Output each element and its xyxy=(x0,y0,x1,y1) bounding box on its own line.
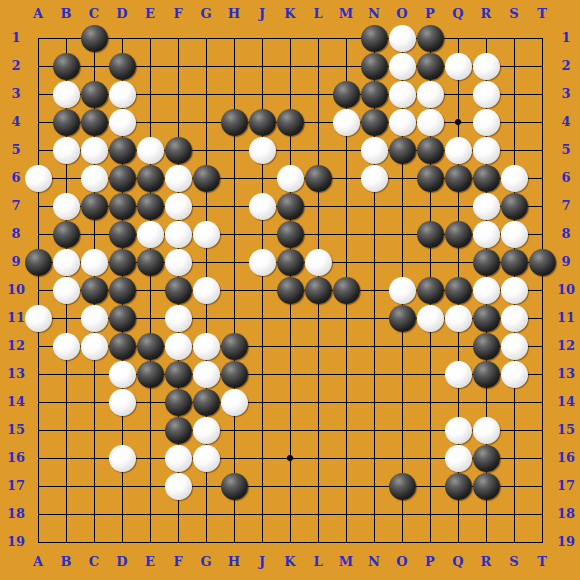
black-stone-D10[interactable] xyxy=(109,277,136,304)
intersection-O2[interactable] xyxy=(388,52,416,80)
intersection-T3[interactable] xyxy=(528,80,556,108)
intersection-D9[interactable] xyxy=(108,248,136,276)
white-stone-R15[interactable] xyxy=(473,417,500,444)
intersection-E15[interactable] xyxy=(136,416,164,444)
intersection-E18[interactable] xyxy=(136,500,164,528)
white-stone-N5[interactable] xyxy=(361,137,388,164)
white-stone-D16[interactable] xyxy=(109,445,136,472)
intersection-F9[interactable] xyxy=(164,248,192,276)
black-stone-N4[interactable] xyxy=(361,109,388,136)
intersection-S18[interactable] xyxy=(500,500,528,528)
intersection-K13[interactable] xyxy=(276,360,304,388)
intersection-D11[interactable] xyxy=(108,304,136,332)
white-stone-S12[interactable] xyxy=(501,333,528,360)
white-stone-C6[interactable] xyxy=(81,165,108,192)
intersection-E9[interactable] xyxy=(136,248,164,276)
intersection-E13[interactable] xyxy=(136,360,164,388)
white-stone-D4[interactable] xyxy=(109,109,136,136)
intersection-H1[interactable] xyxy=(220,24,248,52)
black-stone-L6[interactable] xyxy=(305,165,332,192)
intersection-D2[interactable] xyxy=(108,52,136,80)
intersection-K11[interactable] xyxy=(276,304,304,332)
white-stone-N6[interactable] xyxy=(361,165,388,192)
intersection-H11[interactable] xyxy=(220,304,248,332)
intersection-K16[interactable] xyxy=(276,444,304,472)
black-stone-S7[interactable] xyxy=(501,193,528,220)
white-stone-P11[interactable] xyxy=(417,305,444,332)
intersection-D13[interactable] xyxy=(108,360,136,388)
intersection-J15[interactable] xyxy=(248,416,276,444)
intersection-M17[interactable] xyxy=(332,472,360,500)
white-stone-D14[interactable] xyxy=(109,389,136,416)
black-stone-M3[interactable] xyxy=(333,81,360,108)
white-stone-F9[interactable] xyxy=(165,249,192,276)
intersection-K12[interactable] xyxy=(276,332,304,360)
intersection-L13[interactable] xyxy=(304,360,332,388)
intersection-S8[interactable] xyxy=(500,220,528,248)
black-stone-C4[interactable] xyxy=(81,109,108,136)
intersection-B1[interactable] xyxy=(52,24,80,52)
intersection-K2[interactable] xyxy=(276,52,304,80)
intersection-S17[interactable] xyxy=(500,472,528,500)
intersection-D10[interactable] xyxy=(108,276,136,304)
white-stone-M4[interactable] xyxy=(333,109,360,136)
intersection-A19[interactable] xyxy=(24,528,52,556)
intersection-E19[interactable] xyxy=(136,528,164,556)
intersection-K3[interactable] xyxy=(276,80,304,108)
black-stone-P8[interactable] xyxy=(417,221,444,248)
black-stone-R17[interactable] xyxy=(473,473,500,500)
intersection-B16[interactable] xyxy=(52,444,80,472)
black-stone-B8[interactable] xyxy=(53,221,80,248)
intersection-Q14[interactable] xyxy=(444,388,472,416)
intersection-M8[interactable] xyxy=(332,220,360,248)
white-stone-C5[interactable] xyxy=(81,137,108,164)
intersection-L4[interactable] xyxy=(304,108,332,136)
intersection-R11[interactable] xyxy=(472,304,500,332)
intersection-R19[interactable] xyxy=(472,528,500,556)
intersection-K7[interactable] xyxy=(276,192,304,220)
intersection-H4[interactable] xyxy=(220,108,248,136)
intersection-Q3[interactable] xyxy=(444,80,472,108)
black-stone-E7[interactable] xyxy=(137,193,164,220)
black-stone-G14[interactable] xyxy=(193,389,220,416)
white-stone-Q15[interactable] xyxy=(445,417,472,444)
intersection-J19[interactable] xyxy=(248,528,276,556)
intersection-O9[interactable] xyxy=(388,248,416,276)
intersection-G13[interactable] xyxy=(192,360,220,388)
intersection-J18[interactable] xyxy=(248,500,276,528)
black-stone-E13[interactable] xyxy=(137,361,164,388)
intersection-S12[interactable] xyxy=(500,332,528,360)
intersection-H3[interactable] xyxy=(220,80,248,108)
intersection-L16[interactable] xyxy=(304,444,332,472)
intersection-N4[interactable] xyxy=(360,108,388,136)
black-stone-D5[interactable] xyxy=(109,137,136,164)
intersection-T6[interactable] xyxy=(528,164,556,192)
intersection-R15[interactable] xyxy=(472,416,500,444)
black-stone-R13[interactable] xyxy=(473,361,500,388)
intersection-K14[interactable] xyxy=(276,388,304,416)
white-stone-B9[interactable] xyxy=(53,249,80,276)
intersection-F3[interactable] xyxy=(164,80,192,108)
intersection-G1[interactable] xyxy=(192,24,220,52)
intersection-K8[interactable] xyxy=(276,220,304,248)
intersection-M7[interactable] xyxy=(332,192,360,220)
intersection-F5[interactable] xyxy=(164,136,192,164)
intersection-G10[interactable] xyxy=(192,276,220,304)
intersection-D8[interactable] xyxy=(108,220,136,248)
intersection-M12[interactable] xyxy=(332,332,360,360)
intersection-C14[interactable] xyxy=(80,388,108,416)
intersection-A4[interactable] xyxy=(24,108,52,136)
black-stone-M10[interactable] xyxy=(333,277,360,304)
white-stone-F7[interactable] xyxy=(165,193,192,220)
intersection-B10[interactable] xyxy=(52,276,80,304)
black-stone-T9[interactable] xyxy=(529,249,556,276)
intersection-K9[interactable] xyxy=(276,248,304,276)
intersection-J10[interactable] xyxy=(248,276,276,304)
intersection-K4[interactable] xyxy=(276,108,304,136)
white-stone-R5[interactable] xyxy=(473,137,500,164)
intersection-C6[interactable] xyxy=(80,164,108,192)
white-stone-Q5[interactable] xyxy=(445,137,472,164)
white-stone-J5[interactable] xyxy=(249,137,276,164)
intersection-C18[interactable] xyxy=(80,500,108,528)
intersection-P18[interactable] xyxy=(416,500,444,528)
black-stone-D6[interactable] xyxy=(109,165,136,192)
intersection-E10[interactable] xyxy=(136,276,164,304)
intersection-M9[interactable] xyxy=(332,248,360,276)
intersection-E14[interactable] xyxy=(136,388,164,416)
intersection-T1[interactable] xyxy=(528,24,556,52)
white-stone-A6[interactable] xyxy=(25,165,52,192)
intersection-O16[interactable] xyxy=(388,444,416,472)
intersection-K17[interactable] xyxy=(276,472,304,500)
intersection-N18[interactable] xyxy=(360,500,388,528)
intersection-N6[interactable] xyxy=(360,164,388,192)
intersection-P19[interactable] xyxy=(416,528,444,556)
intersection-Q1[interactable] xyxy=(444,24,472,52)
intersection-J16[interactable] xyxy=(248,444,276,472)
white-stone-Q11[interactable] xyxy=(445,305,472,332)
black-stone-P10[interactable] xyxy=(417,277,444,304)
intersection-G3[interactable] xyxy=(192,80,220,108)
intersection-M3[interactable] xyxy=(332,80,360,108)
intersection-R4[interactable] xyxy=(472,108,500,136)
intersection-L18[interactable] xyxy=(304,500,332,528)
intersection-M19[interactable] xyxy=(332,528,360,556)
intersection-L15[interactable] xyxy=(304,416,332,444)
intersection-R18[interactable] xyxy=(472,500,500,528)
intersection-M11[interactable] xyxy=(332,304,360,332)
white-stone-R2[interactable] xyxy=(473,53,500,80)
intersection-D15[interactable] xyxy=(108,416,136,444)
intersection-F12[interactable] xyxy=(164,332,192,360)
white-stone-F17[interactable] xyxy=(165,473,192,500)
intersection-B9[interactable] xyxy=(52,248,80,276)
intersection-P11[interactable] xyxy=(416,304,444,332)
intersection-K1[interactable] xyxy=(276,24,304,52)
intersection-A17[interactable] xyxy=(24,472,52,500)
intersection-G11[interactable] xyxy=(192,304,220,332)
intersection-G14[interactable] xyxy=(192,388,220,416)
intersection-N2[interactable] xyxy=(360,52,388,80)
intersection-E12[interactable] xyxy=(136,332,164,360)
black-stone-K7[interactable] xyxy=(277,193,304,220)
intersection-E3[interactable] xyxy=(136,80,164,108)
white-stone-R3[interactable] xyxy=(473,81,500,108)
black-stone-F13[interactable] xyxy=(165,361,192,388)
intersection-H10[interactable] xyxy=(220,276,248,304)
black-stone-E12[interactable] xyxy=(137,333,164,360)
white-stone-S6[interactable] xyxy=(501,165,528,192)
intersection-T17[interactable] xyxy=(528,472,556,500)
black-stone-B2[interactable] xyxy=(53,53,80,80)
intersection-K5[interactable] xyxy=(276,136,304,164)
intersection-B18[interactable] xyxy=(52,500,80,528)
intersection-L3[interactable] xyxy=(304,80,332,108)
intersection-J17[interactable] xyxy=(248,472,276,500)
intersection-F8[interactable] xyxy=(164,220,192,248)
white-stone-Q13[interactable] xyxy=(445,361,472,388)
intersection-D18[interactable] xyxy=(108,500,136,528)
intersection-P8[interactable] xyxy=(416,220,444,248)
intersection-N16[interactable] xyxy=(360,444,388,472)
intersection-P10[interactable] xyxy=(416,276,444,304)
black-stone-K8[interactable] xyxy=(277,221,304,248)
white-stone-O2[interactable] xyxy=(389,53,416,80)
intersection-S13[interactable] xyxy=(500,360,528,388)
black-stone-K9[interactable] xyxy=(277,249,304,276)
intersection-F14[interactable] xyxy=(164,388,192,416)
intersection-E8[interactable] xyxy=(136,220,164,248)
white-stone-F6[interactable] xyxy=(165,165,192,192)
intersection-F2[interactable] xyxy=(164,52,192,80)
intersection-T7[interactable] xyxy=(528,192,556,220)
white-stone-J7[interactable] xyxy=(249,193,276,220)
intersection-C12[interactable] xyxy=(80,332,108,360)
intersection-P13[interactable] xyxy=(416,360,444,388)
intersection-E16[interactable] xyxy=(136,444,164,472)
black-stone-N1[interactable] xyxy=(361,25,388,52)
intersection-N1[interactable] xyxy=(360,24,388,52)
intersection-H13[interactable] xyxy=(220,360,248,388)
intersection-B11[interactable] xyxy=(52,304,80,332)
black-stone-B4[interactable] xyxy=(53,109,80,136)
intersection-K18[interactable] xyxy=(276,500,304,528)
black-stone-K10[interactable] xyxy=(277,277,304,304)
intersection-S16[interactable] xyxy=(500,444,528,472)
intersection-N5[interactable] xyxy=(360,136,388,164)
intersection-D12[interactable] xyxy=(108,332,136,360)
intersection-A8[interactable] xyxy=(24,220,52,248)
intersection-S14[interactable] xyxy=(500,388,528,416)
white-stone-P3[interactable] xyxy=(417,81,444,108)
white-stone-G10[interactable] xyxy=(193,277,220,304)
intersection-D7[interactable] xyxy=(108,192,136,220)
white-stone-R8[interactable] xyxy=(473,221,500,248)
intersection-G4[interactable] xyxy=(192,108,220,136)
intersection-F15[interactable] xyxy=(164,416,192,444)
intersection-M16[interactable] xyxy=(332,444,360,472)
white-stone-Q16[interactable] xyxy=(445,445,472,472)
intersection-E11[interactable] xyxy=(136,304,164,332)
intersection-K6[interactable] xyxy=(276,164,304,192)
intersection-N11[interactable] xyxy=(360,304,388,332)
intersection-B8[interactable] xyxy=(52,220,80,248)
intersection-T10[interactable] xyxy=(528,276,556,304)
intersection-T4[interactable] xyxy=(528,108,556,136)
intersection-G7[interactable] xyxy=(192,192,220,220)
intersection-O10[interactable] xyxy=(388,276,416,304)
black-stone-P2[interactable] xyxy=(417,53,444,80)
white-stone-O3[interactable] xyxy=(389,81,416,108)
black-stone-H13[interactable] xyxy=(221,361,248,388)
intersection-S11[interactable] xyxy=(500,304,528,332)
intersection-Q10[interactable] xyxy=(444,276,472,304)
intersection-D17[interactable] xyxy=(108,472,136,500)
black-stone-C7[interactable] xyxy=(81,193,108,220)
black-stone-O11[interactable] xyxy=(389,305,416,332)
intersection-O12[interactable] xyxy=(388,332,416,360)
intersection-O3[interactable] xyxy=(388,80,416,108)
intersection-S10[interactable] xyxy=(500,276,528,304)
intersection-F4[interactable] xyxy=(164,108,192,136)
white-stone-K6[interactable] xyxy=(277,165,304,192)
intersection-A11[interactable] xyxy=(24,304,52,332)
black-stone-R9[interactable] xyxy=(473,249,500,276)
black-stone-A9[interactable] xyxy=(25,249,52,276)
black-stone-R16[interactable] xyxy=(473,445,500,472)
intersection-O7[interactable] xyxy=(388,192,416,220)
intersection-T18[interactable] xyxy=(528,500,556,528)
intersection-R10[interactable] xyxy=(472,276,500,304)
intersection-L11[interactable] xyxy=(304,304,332,332)
black-stone-L10[interactable] xyxy=(305,277,332,304)
black-stone-H4[interactable] xyxy=(221,109,248,136)
black-stone-G6[interactable] xyxy=(193,165,220,192)
intersection-D3[interactable] xyxy=(108,80,136,108)
intersection-Q9[interactable] xyxy=(444,248,472,276)
intersection-L14[interactable] xyxy=(304,388,332,416)
intersection-H12[interactable] xyxy=(220,332,248,360)
intersection-C3[interactable] xyxy=(80,80,108,108)
intersection-J12[interactable] xyxy=(248,332,276,360)
white-stone-G16[interactable] xyxy=(193,445,220,472)
white-stone-F11[interactable] xyxy=(165,305,192,332)
intersection-F18[interactable] xyxy=(164,500,192,528)
intersection-C19[interactable] xyxy=(80,528,108,556)
intersection-A9[interactable] xyxy=(24,248,52,276)
black-stone-Q17[interactable] xyxy=(445,473,472,500)
black-stone-H17[interactable] xyxy=(221,473,248,500)
intersection-S7[interactable] xyxy=(500,192,528,220)
intersection-S4[interactable] xyxy=(500,108,528,136)
intersection-P17[interactable] xyxy=(416,472,444,500)
intersection-F19[interactable] xyxy=(164,528,192,556)
intersection-J8[interactable] xyxy=(248,220,276,248)
intersection-A3[interactable] xyxy=(24,80,52,108)
white-stone-G12[interactable] xyxy=(193,333,220,360)
intersection-L12[interactable] xyxy=(304,332,332,360)
intersection-O11[interactable] xyxy=(388,304,416,332)
intersection-J6[interactable] xyxy=(248,164,276,192)
intersection-Q17[interactable] xyxy=(444,472,472,500)
black-stone-P5[interactable] xyxy=(417,137,444,164)
intersection-B15[interactable] xyxy=(52,416,80,444)
intersection-E2[interactable] xyxy=(136,52,164,80)
intersection-S2[interactable] xyxy=(500,52,528,80)
intersection-G12[interactable] xyxy=(192,332,220,360)
white-stone-P4[interactable] xyxy=(417,109,444,136)
intersection-J14[interactable] xyxy=(248,388,276,416)
intersection-M15[interactable] xyxy=(332,416,360,444)
intersection-G19[interactable] xyxy=(192,528,220,556)
intersection-B19[interactable] xyxy=(52,528,80,556)
intersection-H19[interactable] xyxy=(220,528,248,556)
intersection-D4[interactable] xyxy=(108,108,136,136)
black-stone-O17[interactable] xyxy=(389,473,416,500)
white-stone-D3[interactable] xyxy=(109,81,136,108)
intersection-R13[interactable] xyxy=(472,360,500,388)
intersection-T5[interactable] xyxy=(528,136,556,164)
intersection-R8[interactable] xyxy=(472,220,500,248)
intersection-T15[interactable] xyxy=(528,416,556,444)
intersection-S1[interactable] xyxy=(500,24,528,52)
intersection-H6[interactable] xyxy=(220,164,248,192)
intersection-L19[interactable] xyxy=(304,528,332,556)
black-stone-F15[interactable] xyxy=(165,417,192,444)
white-stone-C11[interactable] xyxy=(81,305,108,332)
intersection-H18[interactable] xyxy=(220,500,248,528)
white-stone-S8[interactable] xyxy=(501,221,528,248)
white-stone-J9[interactable] xyxy=(249,249,276,276)
intersection-C8[interactable] xyxy=(80,220,108,248)
intersection-O6[interactable] xyxy=(388,164,416,192)
black-stone-Q10[interactable] xyxy=(445,277,472,304)
white-stone-R4[interactable] xyxy=(473,109,500,136)
intersection-B5[interactable] xyxy=(52,136,80,164)
intersection-O5[interactable] xyxy=(388,136,416,164)
white-stone-E5[interactable] xyxy=(137,137,164,164)
intersection-R1[interactable] xyxy=(472,24,500,52)
intersection-P14[interactable] xyxy=(416,388,444,416)
intersection-S9[interactable] xyxy=(500,248,528,276)
intersection-Q16[interactable] xyxy=(444,444,472,472)
intersection-H14[interactable] xyxy=(220,388,248,416)
intersection-A16[interactable] xyxy=(24,444,52,472)
intersection-H8[interactable] xyxy=(220,220,248,248)
white-stone-G8[interactable] xyxy=(193,221,220,248)
white-stone-D13[interactable] xyxy=(109,361,136,388)
intersection-J13[interactable] xyxy=(248,360,276,388)
black-stone-C3[interactable] xyxy=(81,81,108,108)
white-stone-G13[interactable] xyxy=(193,361,220,388)
intersection-D1[interactable] xyxy=(108,24,136,52)
intersection-M6[interactable] xyxy=(332,164,360,192)
white-stone-G15[interactable] xyxy=(193,417,220,444)
black-stone-D9[interactable] xyxy=(109,249,136,276)
intersection-T11[interactable] xyxy=(528,304,556,332)
intersection-S5[interactable] xyxy=(500,136,528,164)
intersection-S6[interactable] xyxy=(500,164,528,192)
white-stone-H14[interactable] xyxy=(221,389,248,416)
intersection-N8[interactable] xyxy=(360,220,388,248)
intersection-A1[interactable] xyxy=(24,24,52,52)
intersection-B14[interactable] xyxy=(52,388,80,416)
white-stone-B5[interactable] xyxy=(53,137,80,164)
